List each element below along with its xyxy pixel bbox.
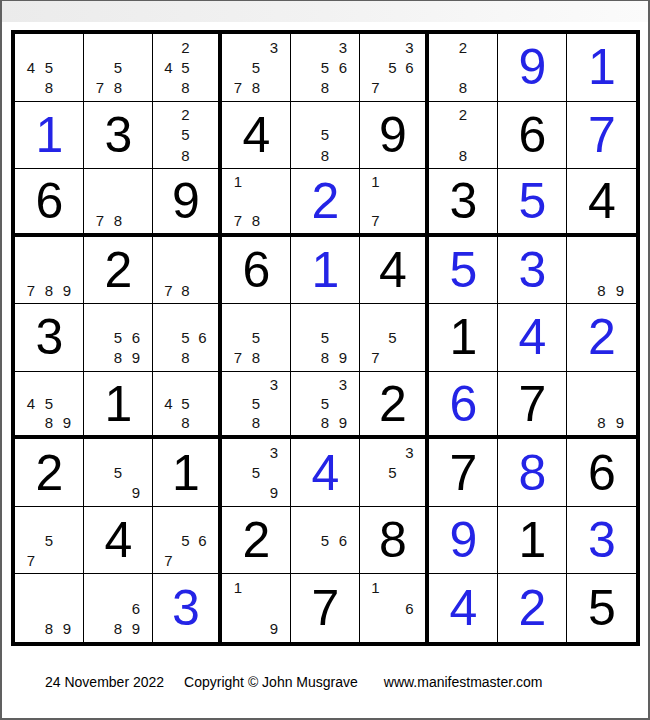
candidate-empty xyxy=(574,260,592,280)
candidate-empty xyxy=(298,57,316,77)
solved-digit: 9 xyxy=(450,515,477,565)
candidate-6: 6 xyxy=(334,57,352,77)
candidate-8: 8 xyxy=(40,618,58,639)
cell-r4c7[interactable]: 5 xyxy=(429,237,498,305)
solved-digit: 5 xyxy=(519,176,546,226)
candidate-5: 5 xyxy=(177,327,194,347)
candidate-empty xyxy=(58,37,76,57)
candidate-empty xyxy=(229,442,247,462)
cell-r7c3[interactable]: 1 xyxy=(153,439,222,507)
candidate-empty xyxy=(298,348,316,368)
candidate-empty xyxy=(194,510,211,530)
candidate-9: 9 xyxy=(58,280,76,300)
cell-r2c3[interactable]: 258 xyxy=(153,102,222,170)
candidate-empty xyxy=(298,37,316,57)
cell-r2c6[interactable]: 9 xyxy=(360,102,429,170)
candidate-8: 8 xyxy=(247,348,265,368)
candidate-8: 8 xyxy=(177,413,194,432)
candidate-9: 9 xyxy=(611,413,629,432)
cell-r3c5[interactable]: 2 xyxy=(291,169,360,237)
pencil-marks: 2458 xyxy=(153,34,218,101)
candidate-5: 5 xyxy=(177,394,194,413)
candidate-empty xyxy=(229,307,247,327)
cell-r7c4[interactable]: 359 xyxy=(222,439,291,507)
solved-digit: 4 xyxy=(312,448,339,498)
candidate-empty xyxy=(127,37,145,57)
cell-r9c4[interactable]: 19 xyxy=(222,574,291,642)
given-digit: 3 xyxy=(450,176,477,226)
candidate-5: 5 xyxy=(247,394,265,413)
cell-r4c2[interactable]: 2 xyxy=(84,237,153,305)
cell-r6c2[interactable]: 1 xyxy=(84,372,153,440)
window-titlebar xyxy=(2,1,648,22)
candidate-empty xyxy=(229,618,247,639)
solved-digit: 5 xyxy=(450,245,477,295)
candidate-empty xyxy=(334,307,352,327)
pencil-marks: 35 xyxy=(360,439,425,506)
candidate-empty xyxy=(91,327,109,347)
candidate-3: 3 xyxy=(265,375,283,394)
candidate-empty xyxy=(194,240,211,260)
cell-r7c6[interactable]: 35 xyxy=(360,439,429,507)
pencil-marks: 689 xyxy=(84,574,152,642)
candidate-empty xyxy=(334,105,352,125)
candidate-empty xyxy=(91,172,109,191)
candidate-empty xyxy=(229,375,247,394)
cell-r8c5[interactable]: 56 xyxy=(291,507,360,575)
candidate-empty xyxy=(401,327,418,347)
solved-digit: 4 xyxy=(519,312,546,362)
cell-r4c6[interactable]: 4 xyxy=(360,237,429,305)
candidate-empty xyxy=(247,172,265,191)
candidate-8: 8 xyxy=(177,348,194,368)
candidate-8: 8 xyxy=(454,77,472,97)
pencil-marks: 57 xyxy=(360,304,425,371)
given-digit: 6 xyxy=(519,110,546,160)
pencil-marks: 789 xyxy=(15,237,83,304)
pencil-marks: 89 xyxy=(567,237,636,304)
candidate-empty xyxy=(384,598,401,619)
pencil-marks: 578 xyxy=(84,34,152,101)
candidate-empty xyxy=(247,307,265,327)
candidate-empty xyxy=(160,145,177,165)
cell-r8c3[interactable]: 567 xyxy=(153,507,222,575)
candidate-empty xyxy=(194,260,211,280)
candidate-empty xyxy=(574,413,592,432)
candidate-9: 9 xyxy=(127,618,145,639)
cell-r1c3[interactable]: 2458 xyxy=(153,34,222,102)
candidate-empty xyxy=(334,394,352,413)
candidate-empty xyxy=(109,37,127,57)
candidate-8: 8 xyxy=(592,413,610,432)
cell-r7c5[interactable]: 4 xyxy=(291,439,360,507)
given-digit: 1 xyxy=(105,379,132,429)
pencil-marks: 578 xyxy=(222,304,290,371)
candidate-empty xyxy=(160,348,177,368)
cell-r3c7[interactable]: 3 xyxy=(429,169,498,237)
candidate-empty xyxy=(40,240,58,260)
candidate-1: 1 xyxy=(367,172,384,191)
candidate-empty xyxy=(58,598,76,619)
cell-r4c4[interactable]: 6 xyxy=(222,237,291,305)
cell-r8c4[interactable]: 2 xyxy=(222,507,291,575)
candidate-empty xyxy=(22,510,40,530)
pencil-marks: 78 xyxy=(153,237,218,304)
app-window: 4585782458357835683567289113258458928676… xyxy=(0,0,650,720)
candidate-empty xyxy=(109,483,127,503)
cell-r4c3[interactable]: 78 xyxy=(153,237,222,305)
cell-r2c7[interactable]: 28 xyxy=(429,102,498,170)
cell-r3c3[interactable]: 9 xyxy=(153,169,222,237)
candidate-9: 9 xyxy=(265,618,283,639)
cell-r7c2[interactable]: 59 xyxy=(84,439,153,507)
cell-r9c7[interactable]: 4 xyxy=(429,574,498,642)
cell-r5c6[interactable]: 57 xyxy=(360,304,429,372)
candidate-empty xyxy=(436,145,454,165)
candidate-5: 5 xyxy=(109,463,127,483)
candidate-4: 4 xyxy=(22,394,40,413)
cell-r3c9[interactable]: 4 xyxy=(567,169,636,237)
candidate-empty xyxy=(265,348,283,368)
candidate-5: 5 xyxy=(384,327,401,347)
candidate-empty xyxy=(401,172,418,191)
cell-r5c1[interactable]: 3 xyxy=(15,304,84,372)
candidate-empty xyxy=(334,327,352,347)
candidate-empty xyxy=(160,240,177,260)
cell-r4c9[interactable]: 89 xyxy=(567,237,636,305)
footer: 24 November 2022 Copyright © John Musgra… xyxy=(45,674,543,690)
candidate-empty xyxy=(574,280,592,300)
candidate-empty xyxy=(22,260,40,280)
given-digit: 4 xyxy=(105,515,132,565)
given-digit: 4 xyxy=(379,245,406,295)
cell-r9c9[interactable]: 5 xyxy=(567,574,636,642)
candidate-7: 7 xyxy=(229,348,247,368)
candidate-empty xyxy=(160,510,177,530)
candidate-9: 9 xyxy=(127,348,145,368)
candidate-empty xyxy=(334,550,352,570)
candidate-empty xyxy=(298,125,316,145)
cell-r2c2[interactable]: 3 xyxy=(84,102,153,170)
cell-r7c7[interactable]: 7 xyxy=(429,439,498,507)
pencil-marks: 3589 xyxy=(291,372,359,436)
candidate-empty xyxy=(436,125,454,145)
cell-r1c9[interactable]: 1 xyxy=(567,34,636,102)
cell-r2c1[interactable]: 1 xyxy=(15,102,84,170)
candidate-empty xyxy=(367,463,384,483)
cell-r9c5[interactable]: 7 xyxy=(291,574,360,642)
candidate-4: 4 xyxy=(160,394,177,413)
candidate-3: 3 xyxy=(265,442,283,462)
candidate-empty xyxy=(265,327,283,347)
cell-r5c2[interactable]: 5689 xyxy=(84,304,153,372)
candidate-empty xyxy=(401,618,418,639)
candidate-empty xyxy=(109,442,127,462)
cell-r8c9[interactable]: 3 xyxy=(567,507,636,575)
solved-digit: 2 xyxy=(312,176,339,226)
candidate-2: 2 xyxy=(454,37,472,57)
candidate-empty xyxy=(316,550,334,570)
given-digit: 2 xyxy=(379,379,406,429)
candidate-empty xyxy=(58,375,76,394)
given-digit: 1 xyxy=(172,448,199,498)
cell-r9c2[interactable]: 689 xyxy=(84,574,153,642)
candidate-7: 7 xyxy=(367,348,384,368)
candidate-1: 1 xyxy=(229,577,247,598)
cell-r5c4[interactable]: 578 xyxy=(222,304,291,372)
candidate-7: 7 xyxy=(91,210,109,229)
candidate-empty xyxy=(91,483,109,503)
cell-r4c8[interactable]: 3 xyxy=(498,237,567,305)
cell-r2c4[interactable]: 4 xyxy=(222,102,291,170)
candidate-5: 5 xyxy=(177,530,194,550)
candidate-empty xyxy=(265,57,283,77)
candidate-empty xyxy=(127,172,145,191)
candidate-5: 5 xyxy=(316,57,334,77)
cell-r5c8[interactable]: 4 xyxy=(498,304,567,372)
candidate-9: 9 xyxy=(334,413,352,432)
candidate-8: 8 xyxy=(316,77,334,97)
candidate-empty xyxy=(127,77,145,97)
candidate-empty xyxy=(334,77,352,97)
candidate-empty xyxy=(265,413,283,432)
candidate-empty xyxy=(298,145,316,165)
candidate-empty xyxy=(298,510,316,530)
candidate-empty xyxy=(298,105,316,125)
candidate-empty xyxy=(229,37,247,57)
pencil-marks: 58 xyxy=(291,102,359,169)
candidate-4: 4 xyxy=(160,57,177,77)
pencil-marks: 59 xyxy=(84,439,152,506)
candidate-empty xyxy=(22,240,40,260)
given-digit: 1 xyxy=(450,312,477,362)
candidate-empty xyxy=(58,394,76,413)
cell-r8c1[interactable]: 57 xyxy=(15,507,84,575)
cell-r8c7[interactable]: 9 xyxy=(429,507,498,575)
candidate-empty xyxy=(22,413,40,432)
candidate-5: 5 xyxy=(384,463,401,483)
cell-r5c7[interactable]: 1 xyxy=(429,304,498,372)
cell-r5c3[interactable]: 568 xyxy=(153,304,222,372)
pencil-marks: 589 xyxy=(291,304,359,371)
cell-r9c3[interactable]: 3 xyxy=(153,574,222,642)
candidate-empty xyxy=(127,210,145,229)
candidate-empty xyxy=(472,105,490,125)
candidate-empty xyxy=(194,550,211,570)
cell-r8c6[interactable]: 8 xyxy=(360,507,429,575)
candidate-empty xyxy=(58,77,76,97)
candidate-empty xyxy=(194,77,211,97)
candidate-empty xyxy=(194,348,211,368)
cell-r1c6[interactable]: 3567 xyxy=(360,34,429,102)
pencil-marks: 4589 xyxy=(15,372,83,436)
candidate-3: 3 xyxy=(334,375,352,394)
given-digit: 6 xyxy=(36,176,63,226)
candidate-8: 8 xyxy=(592,280,610,300)
candidate-empty xyxy=(574,240,592,260)
cell-r6c4[interactable]: 358 xyxy=(222,372,291,440)
cell-r6c7[interactable]: 6 xyxy=(429,372,498,440)
candidate-8: 8 xyxy=(316,413,334,432)
candidate-empty xyxy=(367,327,384,347)
candidate-empty xyxy=(91,307,109,327)
cell-r9c1[interactable]: 89 xyxy=(15,574,84,642)
cell-r2c5[interactable]: 58 xyxy=(291,102,360,170)
solved-digit: 1 xyxy=(36,110,63,160)
cell-r3c8[interactable]: 5 xyxy=(498,169,567,237)
candidate-5: 5 xyxy=(316,530,334,550)
candidate-empty xyxy=(127,307,145,327)
candidate-2: 2 xyxy=(177,105,194,125)
solved-digit: 3 xyxy=(519,245,546,295)
cell-r1c2[interactable]: 578 xyxy=(84,34,153,102)
candidate-empty xyxy=(367,191,384,210)
cell-r1c8[interactable]: 9 xyxy=(498,34,567,102)
candidate-empty xyxy=(127,463,145,483)
candidate-empty xyxy=(247,37,265,57)
cell-r5c5[interactable]: 589 xyxy=(291,304,360,372)
candidate-empty xyxy=(91,37,109,57)
cell-r3c6[interactable]: 17 xyxy=(360,169,429,237)
candidate-empty xyxy=(367,618,384,639)
candidate-empty xyxy=(247,375,265,394)
pencil-marks: 17 xyxy=(360,169,425,233)
candidate-empty xyxy=(194,375,211,394)
candidate-8: 8 xyxy=(109,77,127,97)
candidate-empty xyxy=(401,191,418,210)
pencil-marks: 16 xyxy=(360,574,425,642)
candidate-empty xyxy=(40,260,58,280)
cell-r3c4[interactable]: 178 xyxy=(222,169,291,237)
cell-r1c5[interactable]: 3568 xyxy=(291,34,360,102)
candidate-empty xyxy=(384,37,401,57)
candidate-5: 5 xyxy=(177,125,194,145)
candidate-empty xyxy=(367,57,384,77)
cell-r5c9[interactable]: 2 xyxy=(567,304,636,372)
candidate-empty xyxy=(194,145,211,165)
cell-r8c2[interactable]: 4 xyxy=(84,507,153,575)
cell-r6c8[interactable]: 7 xyxy=(498,372,567,440)
cell-r1c4[interactable]: 3578 xyxy=(222,34,291,102)
candidate-empty xyxy=(401,77,418,97)
candidate-empty xyxy=(298,530,316,550)
cell-r3c1[interactable]: 6 xyxy=(15,169,84,237)
candidate-6: 6 xyxy=(127,598,145,619)
pencil-marks: 78 xyxy=(84,169,152,233)
footer-website: www.manifestmaster.com xyxy=(384,674,543,690)
candidate-empty xyxy=(160,413,177,432)
candidate-empty xyxy=(40,550,58,570)
candidate-empty xyxy=(367,307,384,327)
cell-r4c1[interactable]: 789 xyxy=(15,237,84,305)
given-digit: 7 xyxy=(519,379,546,429)
cell-r2c8[interactable]: 6 xyxy=(498,102,567,170)
given-digit: 6 xyxy=(243,245,270,295)
candidate-empty xyxy=(265,191,283,210)
footer-date: 24 November 2022 xyxy=(45,674,164,690)
solved-digit: 7 xyxy=(588,110,615,160)
candidate-1: 1 xyxy=(229,172,247,191)
candidate-empty xyxy=(384,348,401,368)
candidate-empty xyxy=(160,530,177,550)
given-digit: 9 xyxy=(379,110,406,160)
candidate-empty xyxy=(247,618,265,639)
candidate-8: 8 xyxy=(177,77,194,97)
candidate-empty xyxy=(91,618,109,639)
candidate-8: 8 xyxy=(247,77,265,97)
candidate-empty xyxy=(247,598,265,619)
cell-r7c8[interactable]: 8 xyxy=(498,439,567,507)
candidate-empty xyxy=(247,191,265,210)
cell-r6c6[interactable]: 2 xyxy=(360,372,429,440)
candidate-empty xyxy=(592,394,610,413)
cell-r7c1[interactable]: 2 xyxy=(15,439,84,507)
cell-r1c1[interactable]: 458 xyxy=(15,34,84,102)
pencil-marks: 3568 xyxy=(291,34,359,101)
candidate-empty xyxy=(40,510,58,530)
candidate-empty xyxy=(127,57,145,77)
cell-r3c2[interactable]: 78 xyxy=(84,169,153,237)
candidate-1: 1 xyxy=(367,577,384,598)
cell-r9c8[interactable]: 2 xyxy=(498,574,567,642)
candidate-empty xyxy=(401,348,418,368)
candidate-empty xyxy=(177,510,194,530)
candidate-empty xyxy=(109,191,127,210)
pencil-marks: 28 xyxy=(429,34,497,101)
cell-r8c8[interactable]: 1 xyxy=(498,507,567,575)
cell-r9c6[interactable]: 16 xyxy=(360,574,429,642)
candidate-empty xyxy=(298,394,316,413)
pencil-marks: 5689 xyxy=(84,304,152,371)
cell-r2c9[interactable]: 7 xyxy=(567,102,636,170)
candidate-empty xyxy=(177,260,194,280)
candidate-empty xyxy=(194,307,211,327)
candidate-empty xyxy=(367,442,384,462)
candidate-empty xyxy=(265,598,283,619)
candidate-empty xyxy=(160,307,177,327)
candidate-empty xyxy=(611,240,629,260)
cell-r7c9[interactable]: 6 xyxy=(567,439,636,507)
candidate-empty xyxy=(334,145,352,165)
candidate-empty xyxy=(367,37,384,57)
candidate-empty xyxy=(160,105,177,125)
candidate-5: 5 xyxy=(177,57,194,77)
pencil-marks: 359 xyxy=(222,439,290,506)
candidate-empty xyxy=(229,463,247,483)
candidate-empty xyxy=(91,348,109,368)
candidate-empty xyxy=(194,105,211,125)
candidate-7: 7 xyxy=(367,77,384,97)
cell-r6c1[interactable]: 4589 xyxy=(15,372,84,440)
cell-r4c5[interactable]: 1 xyxy=(291,237,360,305)
candidate-empty xyxy=(401,210,418,229)
candidate-empty xyxy=(472,125,490,145)
candidate-2: 2 xyxy=(454,105,472,125)
cell-r6c5[interactable]: 3589 xyxy=(291,372,360,440)
candidate-empty xyxy=(247,483,265,503)
cell-r1c7[interactable]: 28 xyxy=(429,34,498,102)
candidate-9: 9 xyxy=(334,348,352,368)
candidate-7: 7 xyxy=(160,280,177,300)
cell-r6c9[interactable]: 89 xyxy=(567,372,636,440)
candidate-empty xyxy=(265,210,283,229)
given-digit: 8 xyxy=(379,515,406,565)
cell-r6c3[interactable]: 458 xyxy=(153,372,222,440)
candidate-empty xyxy=(316,307,334,327)
solved-digit: 3 xyxy=(588,515,615,565)
candidate-5: 5 xyxy=(40,394,58,413)
candidate-8: 8 xyxy=(109,348,127,368)
